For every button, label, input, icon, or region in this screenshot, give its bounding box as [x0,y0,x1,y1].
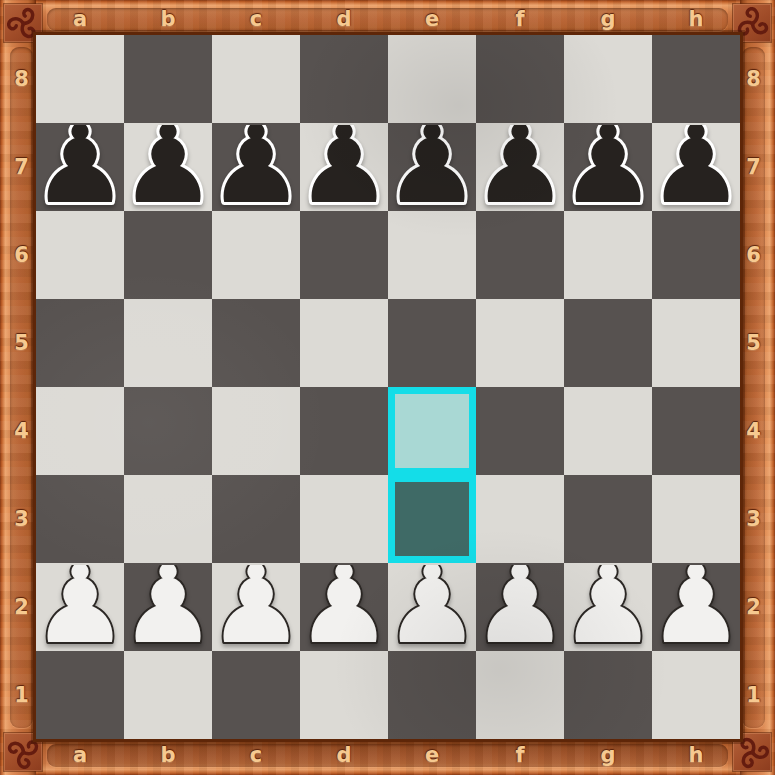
square-d1[interactable] [300,651,388,739]
svg-text:♟: ♟ [564,565,652,651]
square-e7[interactable]: ♟ [388,123,476,211]
square-f3[interactable] [476,475,564,563]
black-pawn[interactable]: ♟ [564,125,652,211]
file-label-top-g: g [564,8,652,31]
file-label-bottom-e: e [388,744,476,767]
rank-label-right-7: 7 [742,123,765,211]
white-pawn[interactable]: ♟ [476,565,564,651]
rank-label-right-1: 1 [742,651,765,739]
square-b7[interactable]: ♟ [124,123,212,211]
file-label-bottom-f: f [476,744,564,767]
square-h3[interactable] [652,475,740,563]
square-h8[interactable] [652,35,740,123]
svg-text:♟: ♟ [212,565,300,651]
svg-text:♟: ♟ [300,125,388,211]
square-c5[interactable] [212,299,300,387]
black-pawn[interactable]: ♟ [212,125,300,211]
square-d3[interactable] [300,475,388,563]
square-f8[interactable] [476,35,564,123]
square-c7[interactable]: ♟ [212,123,300,211]
svg-text:♟: ♟ [476,565,564,651]
square-a1[interactable] [36,651,124,739]
square-b3[interactable] [124,475,212,563]
black-pawn[interactable]: ♟ [476,125,564,211]
square-h2[interactable]: ♟ [652,563,740,651]
square-f2[interactable]: ♟ [476,563,564,651]
square-e5[interactable] [388,299,476,387]
square-h1[interactable] [652,651,740,739]
square-b2[interactable]: ♟ [124,563,212,651]
rank-label-left-2: 2 [10,563,33,651]
square-a2[interactable]: ♟ [36,563,124,651]
square-b6[interactable] [124,211,212,299]
rank-label-right-3: 3 [742,475,765,563]
svg-text:♟: ♟ [300,565,388,651]
square-f5[interactable] [476,299,564,387]
square-f1[interactable] [476,651,564,739]
square-b8[interactable] [124,35,212,123]
rank-label-right-5: 5 [742,299,765,387]
rank-label-left-5: 5 [10,299,33,387]
square-c1[interactable] [212,651,300,739]
square-c2[interactable]: ♟ [212,563,300,651]
square-g6[interactable] [564,211,652,299]
file-label-bottom-c: c [212,744,300,767]
square-g3[interactable] [564,475,652,563]
square-b4[interactable] [124,387,212,475]
svg-text:♟: ♟ [36,565,124,651]
square-b1[interactable] [124,651,212,739]
file-label-bottom-a: a [36,744,124,767]
rank-label-left-6: 6 [10,211,33,299]
rank-label-left-7: 7 [10,123,33,211]
square-b5[interactable] [124,299,212,387]
black-pawn[interactable]: ♟ [124,125,212,211]
black-pawn[interactable]: ♟ [300,125,388,211]
square-e2[interactable]: ♟ [388,563,476,651]
square-c4[interactable] [212,387,300,475]
square-c8[interactable] [212,35,300,123]
square-e6[interactable] [388,211,476,299]
triskelion-ornament-icon [736,736,769,769]
rank-label-right-4: 4 [742,387,765,475]
square-c3[interactable] [212,475,300,563]
svg-text:♟: ♟ [652,565,740,651]
square-d6[interactable] [300,211,388,299]
square-a6[interactable] [36,211,124,299]
file-label-bottom-h: h [652,744,740,767]
chess-game-window: ♟♟♟♟♟♟♟♟♟♟♟♟♟♟♟♟ aabbccddeeffgghh8877665… [0,0,775,775]
square-g2[interactable]: ♟ [564,563,652,651]
square-g8[interactable] [564,35,652,123]
white-pawn[interactable]: ♟ [36,565,124,651]
svg-text:♟: ♟ [124,125,212,211]
square-f6[interactable] [476,211,564,299]
black-pawn[interactable]: ♟ [388,125,476,211]
file-label-top-c: c [212,8,300,31]
rank-label-left-8: 8 [10,35,33,123]
rank-label-right-6: 6 [742,211,765,299]
black-pawn[interactable]: ♟ [652,125,740,211]
square-a7[interactable]: ♟ [36,123,124,211]
file-label-top-b: b [124,8,212,31]
square-e1[interactable] [388,651,476,739]
square-d7[interactable]: ♟ [300,123,388,211]
rank-label-left-3: 3 [10,475,33,563]
square-e3[interactable] [388,475,476,563]
square-a3[interactable] [36,475,124,563]
white-pawn[interactable]: ♟ [212,565,300,651]
square-g7[interactable]: ♟ [564,123,652,211]
square-d2[interactable]: ♟ [300,563,388,651]
square-f7[interactable]: ♟ [476,123,564,211]
white-pawn[interactable]: ♟ [300,565,388,651]
rank-label-right-8: 8 [742,35,765,123]
square-a5[interactable] [36,299,124,387]
square-g5[interactable] [564,299,652,387]
black-pawn[interactable]: ♟ [36,125,124,211]
square-d8[interactable] [300,35,388,123]
file-label-top-e: e [388,8,476,31]
svg-text:♟: ♟ [652,125,740,211]
file-label-top-h: h [652,8,740,31]
square-e4[interactable] [388,387,476,475]
file-label-bottom-b: b [124,744,212,767]
white-pawn[interactable]: ♟ [124,565,212,651]
svg-text:♟: ♟ [388,125,476,211]
white-pawn[interactable]: ♟ [388,565,476,651]
square-h6[interactable] [652,211,740,299]
square-f4[interactable] [476,387,564,475]
square-a8[interactable] [36,35,124,123]
square-h4[interactable] [652,387,740,475]
rank-label-right-2: 2 [742,563,765,651]
file-label-top-d: d [300,8,388,31]
square-d5[interactable] [300,299,388,387]
file-label-top-f: f [476,8,564,31]
white-pawn[interactable]: ♟ [564,565,652,651]
rank-label-left-4: 4 [10,387,33,475]
white-pawn[interactable]: ♟ [652,565,740,651]
svg-text:♟: ♟ [476,125,564,211]
square-h5[interactable] [652,299,740,387]
square-c6[interactable] [212,211,300,299]
svg-text:♟: ♟ [124,565,212,651]
square-h7[interactable]: ♟ [652,123,740,211]
svg-text:♟: ♟ [564,125,652,211]
rank-label-left-1: 1 [10,651,33,739]
svg-text:♟: ♟ [212,125,300,211]
square-e8[interactable] [388,35,476,123]
svg-text:♟: ♟ [388,565,476,651]
svg-text:♟: ♟ [36,125,124,211]
chess-board: ♟♟♟♟♟♟♟♟♟♟♟♟♟♟♟♟ [36,35,740,739]
square-g4[interactable] [564,387,652,475]
file-label-top-a: a [36,8,124,31]
file-label-bottom-g: g [564,744,652,767]
file-label-bottom-d: d [300,744,388,767]
square-g1[interactable] [564,651,652,739]
square-d4[interactable] [300,387,388,475]
triskelion-ornament-icon [7,736,40,769]
square-a4[interactable] [36,387,124,475]
